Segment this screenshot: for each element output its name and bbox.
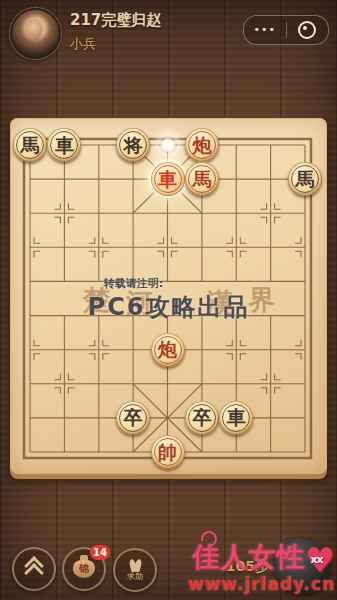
player-name: 小兵 xyxy=(70,35,161,53)
ask-help-button[interactable]: 求助 xyxy=(113,548,157,592)
guide-watermark: 转载请注明: PC6攻略出品 xyxy=(10,276,327,323)
guide-watermark-line1: 转载请注明: xyxy=(0,276,327,291)
close-miniprogram-button[interactable] xyxy=(287,16,329,44)
close-circle-icon xyxy=(298,21,316,39)
piece-black-general[interactable]: 将 xyxy=(116,128,150,162)
piece-red-general[interactable]: 帥 xyxy=(151,435,185,469)
header-text: 217完璧归赵 小兵 xyxy=(70,11,161,53)
level-title: 217完璧归赵 xyxy=(70,11,161,30)
piece-black-horse[interactable]: 馬 xyxy=(288,162,322,196)
more-menu-button[interactable]: ••• xyxy=(244,16,286,44)
piece-black-soldier[interactable]: 卒 xyxy=(185,401,219,435)
xiangqi-board: 楚河漢界 馬車将炮車馬馬炮卒卒車帥 转载请注明: PC6攻略出品 xyxy=(10,118,327,474)
heart-icon: xx♥ xyxy=(305,547,335,574)
piece-red-cannon[interactable]: 炮 xyxy=(185,128,219,162)
piece-red-cannon[interactable]: 炮 xyxy=(151,333,185,367)
site-watermark: 佳人女性xx♥ www.jrlady.cn xyxy=(188,543,335,594)
app-screen: 217完璧归赵 小兵 ••• 楚河漢界 馬車将炮車馬馬炮卒卒車帥 转载请注明: … xyxy=(0,0,337,600)
piece-black-chariot[interactable]: 車 xyxy=(219,401,253,435)
last-move-marker xyxy=(159,136,177,154)
piece-red-chariot[interactable]: 車 xyxy=(151,162,185,196)
piece-black-chariot[interactable]: 車 xyxy=(47,128,81,162)
help-label: 求助 xyxy=(127,573,143,581)
player-avatar[interactable] xyxy=(10,8,61,59)
piece-black-soldier[interactable]: 卒 xyxy=(116,401,150,435)
piece-red-horse[interactable]: 馬 xyxy=(185,162,219,196)
praying-hands-icon xyxy=(130,559,141,572)
header: 217完璧归赵 小兵 ••• xyxy=(0,0,337,60)
hint-count-badge: 14 xyxy=(90,545,110,560)
wechat-capsule: ••• xyxy=(243,15,329,45)
hint-bag-button[interactable]: 锦 14 xyxy=(62,547,106,591)
piece-black-horse[interactable]: 馬 xyxy=(13,128,47,162)
money-bag-icon: 锦 xyxy=(73,560,95,578)
expand-button[interactable] xyxy=(12,547,56,591)
guide-watermark-line2: PC6攻略出品 xyxy=(10,291,327,323)
more-dots-icon: ••• xyxy=(254,16,276,44)
